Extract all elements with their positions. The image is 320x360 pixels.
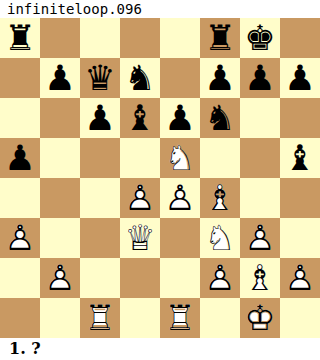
square-b7[interactable]: ♟: [40, 58, 80, 98]
square-d2[interactable]: [120, 258, 160, 298]
square-b8[interactable]: [40, 18, 80, 58]
piece-outline-glyph: ♗: [240, 258, 280, 298]
square-a6[interactable]: [0, 98, 40, 138]
square-b6[interactable]: [40, 98, 80, 138]
white-king: ♚♔: [240, 298, 280, 338]
square-a4[interactable]: [0, 178, 40, 218]
piece-outline-glyph: ♙: [40, 258, 80, 298]
square-h7[interactable]: ♟: [280, 58, 320, 98]
piece-outline-glyph: ♖: [160, 298, 200, 338]
black-pawn: ♟: [80, 98, 120, 138]
square-d7[interactable]: ♞: [120, 58, 160, 98]
piece-glyph: ♝: [120, 98, 160, 138]
square-d6[interactable]: ♝: [120, 98, 160, 138]
black-bishop: ♝: [280, 138, 320, 178]
square-d5[interactable]: [120, 138, 160, 178]
piece-outline-glyph: ♙: [280, 258, 320, 298]
square-e4[interactable]: ♟♙: [160, 178, 200, 218]
white-pawn: ♟♙: [40, 258, 80, 298]
square-f1[interactable]: [200, 298, 240, 338]
piece-glyph: ♚: [240, 18, 280, 58]
piece-glyph: ♟: [160, 98, 200, 138]
square-c5[interactable]: [80, 138, 120, 178]
square-a8[interactable]: ♜: [0, 18, 40, 58]
square-e7[interactable]: [160, 58, 200, 98]
black-pawn: ♟: [200, 58, 240, 98]
square-b2[interactable]: ♟♙: [40, 258, 80, 298]
square-g5[interactable]: [240, 138, 280, 178]
square-h2[interactable]: ♟♙: [280, 258, 320, 298]
chess-board: ♜♜♚♟♛♞♟♟♟♟♝♟♞♟♞♘♝♟♙♟♙♝♗♟♙♛♕♞♘♟♙♟♙♟♙♝♗♟♙♜…: [0, 18, 320, 338]
square-a2[interactable]: [0, 258, 40, 298]
piece-glyph: ♛: [80, 58, 120, 98]
move-prompt: 1. ?: [0, 338, 320, 360]
black-king: ♚: [240, 18, 280, 58]
piece-glyph: ♜: [200, 18, 240, 58]
puzzle-title: infiniteloop.096: [0, 0, 320, 18]
black-rook: ♜: [200, 18, 240, 58]
square-g8[interactable]: ♚: [240, 18, 280, 58]
square-f6[interactable]: ♞: [200, 98, 240, 138]
square-h8[interactable]: [280, 18, 320, 58]
square-f4[interactable]: ♝♗: [200, 178, 240, 218]
square-f7[interactable]: ♟: [200, 58, 240, 98]
white-pawn: ♟♙: [240, 218, 280, 258]
black-pawn: ♟: [280, 58, 320, 98]
piece-outline-glyph: ♘: [200, 218, 240, 258]
square-f8[interactable]: ♜: [200, 18, 240, 58]
piece-outline-glyph: ♙: [120, 178, 160, 218]
square-h1[interactable]: [280, 298, 320, 338]
square-g2[interactable]: ♝♗: [240, 258, 280, 298]
white-knight: ♞♘: [200, 218, 240, 258]
square-a1[interactable]: [0, 298, 40, 338]
square-e5[interactable]: ♞♘: [160, 138, 200, 178]
black-pawn: ♟: [0, 138, 40, 178]
black-pawn: ♟: [40, 58, 80, 98]
piece-glyph: ♝: [280, 138, 320, 178]
white-pawn: ♟♙: [160, 178, 200, 218]
square-f5[interactable]: [200, 138, 240, 178]
square-g3[interactable]: ♟♙: [240, 218, 280, 258]
white-pawn: ♟♙: [200, 258, 240, 298]
square-a3[interactable]: ♟♙: [0, 218, 40, 258]
piece-glyph: ♜: [0, 18, 40, 58]
piece-glyph: ♟: [40, 58, 80, 98]
square-b5[interactable]: [40, 138, 80, 178]
square-h6[interactable]: [280, 98, 320, 138]
square-h4[interactable]: [280, 178, 320, 218]
square-a7[interactable]: [0, 58, 40, 98]
white-rook: ♜♖: [80, 298, 120, 338]
square-h3[interactable]: [280, 218, 320, 258]
piece-outline-glyph: ♙: [200, 258, 240, 298]
square-c8[interactable]: [80, 18, 120, 58]
piece-glyph: ♞: [200, 98, 240, 138]
black-pawn: ♟: [240, 58, 280, 98]
square-d8[interactable]: [120, 18, 160, 58]
square-b1[interactable]: [40, 298, 80, 338]
square-d1[interactable]: [120, 298, 160, 338]
square-e3[interactable]: [160, 218, 200, 258]
square-c7[interactable]: ♛: [80, 58, 120, 98]
black-knight: ♞: [120, 58, 160, 98]
square-e8[interactable]: [160, 18, 200, 58]
white-pawn: ♟♙: [0, 218, 40, 258]
square-d4[interactable]: ♟♙: [120, 178, 160, 218]
piece-outline-glyph: ♙: [160, 178, 200, 218]
piece-outline-glyph: ♙: [0, 218, 40, 258]
piece-outline-glyph: ♗: [200, 178, 240, 218]
square-f3[interactable]: ♞♘: [200, 218, 240, 258]
white-pawn: ♟♙: [120, 178, 160, 218]
white-pawn: ♟♙: [280, 258, 320, 298]
square-e6[interactable]: ♟: [160, 98, 200, 138]
square-g7[interactable]: ♟: [240, 58, 280, 98]
piece-outline-glyph: ♕: [120, 218, 160, 258]
black-rook: ♜: [0, 18, 40, 58]
piece-outline-glyph: ♙: [240, 218, 280, 258]
square-c2[interactable]: [80, 258, 120, 298]
white-bishop: ♝♗: [200, 178, 240, 218]
piece-outline-glyph: ♘: [160, 138, 200, 178]
piece-glyph: ♟: [200, 58, 240, 98]
square-b4[interactable]: [40, 178, 80, 218]
piece-outline-glyph: ♖: [80, 298, 120, 338]
white-rook: ♜♖: [160, 298, 200, 338]
chess-puzzle-window: infiniteloop.096 ♜♜♚♟♛♞♟♟♟♟♝♟♞♟♞♘♝♟♙♟♙♝♗…: [0, 0, 320, 360]
white-queen: ♛♕: [120, 218, 160, 258]
black-bishop: ♝: [120, 98, 160, 138]
square-c6[interactable]: ♟: [80, 98, 120, 138]
white-bishop: ♝♗: [240, 258, 280, 298]
piece-glyph: ♞: [120, 58, 160, 98]
square-c4[interactable]: [80, 178, 120, 218]
square-c1[interactable]: ♜♖: [80, 298, 120, 338]
square-g6[interactable]: [240, 98, 280, 138]
square-d3[interactable]: ♛♕: [120, 218, 160, 258]
piece-glyph: ♟: [0, 138, 40, 178]
square-c3[interactable]: [80, 218, 120, 258]
black-queen: ♛: [80, 58, 120, 98]
square-f2[interactable]: ♟♙: [200, 258, 240, 298]
square-e1[interactable]: ♜♖: [160, 298, 200, 338]
square-e2[interactable]: [160, 258, 200, 298]
piece-outline-glyph: ♔: [240, 298, 280, 338]
white-knight: ♞♘: [160, 138, 200, 178]
piece-glyph: ♟: [280, 58, 320, 98]
black-knight: ♞: [200, 98, 240, 138]
black-pawn: ♟: [160, 98, 200, 138]
piece-glyph: ♟: [240, 58, 280, 98]
square-b3[interactable]: [40, 218, 80, 258]
square-h5[interactable]: ♝: [280, 138, 320, 178]
square-g4[interactable]: [240, 178, 280, 218]
square-g1[interactable]: ♚♔: [240, 298, 280, 338]
piece-glyph: ♟: [80, 98, 120, 138]
square-a5[interactable]: ♟: [0, 138, 40, 178]
